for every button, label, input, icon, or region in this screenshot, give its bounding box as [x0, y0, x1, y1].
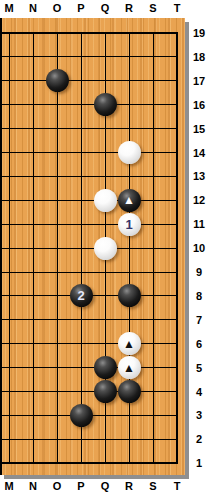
row-label-right-5: 5: [187, 360, 211, 376]
column-label-bottom-P: P: [72, 479, 90, 494]
grid-line-row-14: [0, 152, 178, 153]
grid-line-col-O: [57, 32, 58, 464]
row-label-right-2: 2: [187, 431, 211, 447]
row-label-right-6: 6: [187, 336, 211, 352]
grid-line-col-N: [33, 32, 34, 464]
grid-line-row-9: [0, 272, 178, 273]
row-label-right-15: 15: [187, 121, 211, 137]
row-label-right-19: 19: [187, 25, 211, 41]
row-label-right-9: 9: [187, 264, 211, 280]
stone-white-R11[interactable]: 1: [118, 213, 141, 236]
column-label-top-M: M: [0, 1, 18, 16]
grid-line-row-12: [0, 200, 178, 201]
triangle-mark-icon: ▲: [123, 194, 135, 206]
grid-line-row-18: [0, 56, 178, 57]
board-surface[interactable]: [0, 18, 185, 475]
grid-line-row-1: [0, 462, 178, 464]
row-label-right-11: 11: [187, 216, 211, 232]
row-label-right-8: 8: [187, 288, 211, 304]
grid-line-row-4: [0, 391, 178, 392]
row-label-right-18: 18: [187, 49, 211, 65]
stone-black-O17[interactable]: [46, 69, 69, 92]
grid-line-row-13: [0, 176, 178, 177]
column-label-top-N: N: [24, 1, 42, 16]
stone-black-P3[interactable]: [70, 404, 93, 427]
grid-line-row-19: [0, 32, 178, 34]
triangle-mark-icon: ▲: [123, 361, 135, 373]
row-label-right-1: 1: [187, 455, 211, 471]
column-label-top-S: S: [144, 1, 162, 16]
move-number-label: 2: [77, 289, 84, 302]
stone-black-R4[interactable]: [118, 380, 141, 403]
row-label-right-4: 4: [187, 384, 211, 400]
row-label-right-7: 7: [187, 312, 211, 328]
stone-black-Q5[interactable]: [94, 356, 117, 379]
board-cut-edge-left: [0, 18, 2, 475]
row-label-right-12: 12: [187, 192, 211, 208]
grid-line-row-11: [0, 224, 178, 225]
column-label-bottom-O: O: [48, 479, 66, 494]
go-board-diagram: MMNNOOPPQQRRSSTT191817161514131211109876…: [0, 0, 212, 500]
column-label-bottom-S: S: [144, 479, 162, 494]
grid-line-row-5: [0, 367, 178, 368]
row-label-right-10: 10: [187, 240, 211, 256]
grid-line-row-7: [0, 319, 178, 320]
row-label-right-3: 3: [187, 407, 211, 423]
column-label-top-Q: Q: [96, 1, 114, 16]
grid-line-row-6: [0, 343, 178, 344]
stone-black-P8[interactable]: 2: [70, 284, 93, 307]
column-label-top-P: P: [72, 1, 90, 16]
column-label-bottom-N: N: [24, 479, 42, 494]
move-number-label: 1: [125, 218, 132, 231]
stone-black-R8[interactable]: [118, 284, 141, 307]
column-label-top-O: O: [48, 1, 66, 16]
stone-black-R12[interactable]: ▲: [118, 189, 141, 212]
grid-line-row-17: [0, 80, 178, 81]
triangle-mark-icon: ▲: [123, 337, 135, 349]
stone-white-R6[interactable]: ▲: [118, 332, 141, 355]
stone-black-Q4[interactable]: [94, 380, 117, 403]
row-label-right-16: 16: [187, 97, 211, 113]
column-label-bottom-T: T: [168, 479, 186, 494]
stone-white-Q10[interactable]: [94, 237, 117, 260]
column-label-bottom-M: M: [0, 479, 18, 494]
column-label-top-T: T: [168, 1, 186, 16]
grid-line-col-P: [81, 32, 82, 464]
column-label-top-R: R: [120, 1, 138, 16]
grid-line-row-2: [0, 439, 178, 440]
grid-line-col-S: [153, 32, 154, 464]
stone-black-Q16[interactable]: [94, 93, 117, 116]
row-label-right-17: 17: [187, 73, 211, 89]
column-label-bottom-Q: Q: [96, 479, 114, 494]
grid-line-row-10: [0, 248, 178, 249]
column-label-bottom-R: R: [120, 479, 138, 494]
grid-line-row-16: [0, 104, 178, 105]
grid-line-row-15: [0, 128, 178, 129]
row-label-right-13: 13: [187, 168, 211, 184]
grid-line-col-M: [9, 32, 10, 464]
stone-white-R14[interactable]: [118, 141, 141, 164]
grid-line-col-T: [176, 32, 178, 464]
stone-white-Q12[interactable]: [94, 189, 117, 212]
stone-white-R5[interactable]: ▲: [118, 356, 141, 379]
row-label-right-14: 14: [187, 145, 211, 161]
